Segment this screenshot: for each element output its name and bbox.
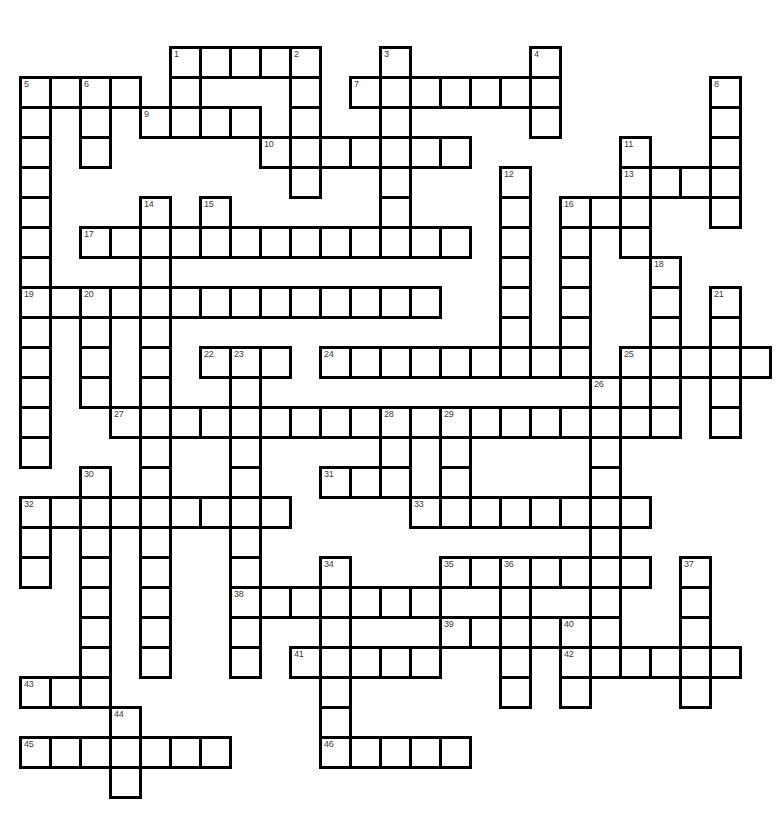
cell[interactable] bbox=[439, 736, 472, 769]
cell[interactable]: 10 bbox=[259, 136, 292, 169]
cell[interactable] bbox=[229, 466, 262, 499]
cell[interactable] bbox=[319, 226, 352, 259]
cell[interactable] bbox=[619, 556, 652, 589]
clue-number: 29 bbox=[444, 409, 454, 420]
cell[interactable] bbox=[379, 466, 412, 499]
cell[interactable] bbox=[589, 406, 622, 439]
cell[interactable]: 20 bbox=[79, 286, 112, 319]
cell[interactable]: 16 bbox=[559, 196, 592, 229]
cell[interactable] bbox=[709, 646, 742, 679]
cell[interactable] bbox=[649, 286, 682, 319]
cell[interactable] bbox=[529, 496, 562, 529]
cell[interactable] bbox=[439, 76, 472, 109]
cell[interactable] bbox=[139, 346, 172, 379]
cell[interactable] bbox=[619, 406, 652, 439]
cell[interactable]: 26 bbox=[589, 376, 622, 409]
cell[interactable] bbox=[409, 586, 442, 619]
crossword-grid: 1234567891011121314151617181920212223242… bbox=[0, 0, 784, 838]
cell[interactable] bbox=[499, 346, 532, 379]
cell[interactable] bbox=[649, 406, 682, 439]
cell[interactable] bbox=[49, 676, 82, 709]
cell[interactable] bbox=[469, 616, 502, 649]
cell[interactable] bbox=[649, 346, 682, 379]
cell[interactable] bbox=[679, 646, 712, 679]
cell[interactable] bbox=[79, 676, 112, 709]
cell[interactable] bbox=[469, 556, 502, 589]
cell[interactable] bbox=[229, 646, 262, 679]
clue-number: 32 bbox=[24, 499, 34, 510]
cell[interactable]: 35 bbox=[439, 556, 472, 589]
cell[interactable] bbox=[559, 256, 592, 289]
cell[interactable]: 2 bbox=[289, 46, 322, 79]
cell[interactable]: 7 bbox=[349, 76, 382, 109]
cell[interactable] bbox=[559, 556, 592, 589]
cell[interactable] bbox=[79, 376, 112, 409]
cell[interactable] bbox=[139, 496, 172, 529]
cell[interactable] bbox=[589, 526, 622, 559]
cell[interactable]: 33 bbox=[409, 496, 442, 529]
cell[interactable] bbox=[709, 406, 742, 439]
cell[interactable] bbox=[199, 496, 232, 529]
cell[interactable] bbox=[439, 466, 472, 499]
cell[interactable]: 30 bbox=[79, 466, 112, 499]
cell[interactable] bbox=[229, 526, 262, 559]
cell[interactable] bbox=[709, 136, 742, 169]
cell[interactable] bbox=[289, 166, 322, 199]
cell[interactable] bbox=[499, 586, 532, 619]
cell[interactable]: 39 bbox=[439, 616, 472, 649]
cell[interactable] bbox=[109, 226, 142, 259]
cell[interactable] bbox=[109, 76, 142, 109]
cell[interactable] bbox=[649, 376, 682, 409]
cell[interactable] bbox=[79, 646, 112, 679]
cell[interactable] bbox=[19, 436, 52, 469]
cell[interactable]: 41 bbox=[289, 646, 322, 679]
cell[interactable] bbox=[19, 106, 52, 139]
clue-number: 44 bbox=[114, 709, 124, 720]
cell[interactable] bbox=[319, 676, 352, 709]
cell[interactable] bbox=[709, 196, 742, 229]
cell[interactable] bbox=[589, 586, 622, 619]
cell[interactable] bbox=[469, 346, 502, 379]
cell[interactable] bbox=[349, 736, 382, 769]
cell[interactable] bbox=[229, 556, 262, 589]
cell[interactable]: 15 bbox=[199, 196, 232, 229]
cell[interactable] bbox=[139, 286, 172, 319]
clue-number: 46 bbox=[324, 739, 334, 750]
cell[interactable] bbox=[379, 646, 412, 679]
cell[interactable] bbox=[439, 346, 472, 379]
cell[interactable] bbox=[499, 76, 532, 109]
cell[interactable] bbox=[379, 586, 412, 619]
cell[interactable]: 25 bbox=[619, 346, 652, 379]
cell[interactable]: 8 bbox=[709, 76, 742, 109]
cell[interactable] bbox=[259, 406, 292, 439]
cell[interactable] bbox=[709, 346, 742, 379]
cell[interactable] bbox=[589, 616, 622, 649]
clue-number: 27 bbox=[114, 409, 124, 420]
cell[interactable] bbox=[139, 316, 172, 349]
cell[interactable] bbox=[349, 646, 382, 679]
cell[interactable] bbox=[259, 46, 292, 79]
cell[interactable] bbox=[739, 346, 772, 379]
cell[interactable] bbox=[439, 496, 472, 529]
clue-number: 15 bbox=[204, 199, 214, 210]
cell[interactable] bbox=[79, 526, 112, 559]
clue-number: 20 bbox=[84, 289, 94, 300]
cell[interactable] bbox=[469, 406, 502, 439]
cell[interactable] bbox=[499, 226, 532, 259]
cell[interactable] bbox=[259, 286, 292, 319]
cell[interactable]: 23 bbox=[229, 346, 262, 379]
cell[interactable] bbox=[139, 466, 172, 499]
cell[interactable] bbox=[499, 646, 532, 679]
cell[interactable] bbox=[679, 616, 712, 649]
cell[interactable] bbox=[229, 436, 262, 469]
cell[interactable] bbox=[169, 106, 202, 139]
clue-number: 7 bbox=[354, 79, 359, 90]
clue-number: 28 bbox=[384, 409, 394, 420]
cell[interactable] bbox=[229, 496, 262, 529]
cell[interactable] bbox=[109, 496, 142, 529]
cell[interactable] bbox=[19, 316, 52, 349]
cell[interactable] bbox=[139, 586, 172, 619]
cell[interactable] bbox=[289, 406, 322, 439]
cell[interactable] bbox=[379, 226, 412, 259]
cell[interactable] bbox=[709, 166, 742, 199]
cell[interactable]: 32 bbox=[19, 496, 52, 529]
cell[interactable] bbox=[199, 226, 232, 259]
cell[interactable] bbox=[559, 406, 592, 439]
cell[interactable] bbox=[169, 406, 202, 439]
clue-number: 8 bbox=[714, 79, 719, 90]
cell[interactable] bbox=[379, 76, 412, 109]
cell[interactable] bbox=[619, 196, 652, 229]
cell[interactable] bbox=[79, 316, 112, 349]
cell[interactable] bbox=[229, 106, 262, 139]
cell[interactable] bbox=[589, 466, 622, 499]
clue-number: 9 bbox=[144, 109, 149, 120]
cell[interactable]: 43 bbox=[19, 676, 52, 709]
cell[interactable] bbox=[259, 586, 292, 619]
cell[interactable]: 6 bbox=[79, 76, 112, 109]
cell[interactable] bbox=[229, 46, 262, 79]
cell[interactable] bbox=[589, 436, 622, 469]
cell[interactable] bbox=[79, 556, 112, 589]
cell[interactable] bbox=[199, 46, 232, 79]
cell[interactable] bbox=[19, 526, 52, 559]
cell[interactable]: 3 bbox=[379, 46, 412, 79]
cell[interactable] bbox=[139, 526, 172, 559]
cell[interactable] bbox=[19, 166, 52, 199]
clue-number: 4 bbox=[534, 49, 539, 60]
cell[interactable] bbox=[229, 376, 262, 409]
clue-number: 22 bbox=[204, 349, 214, 360]
clue-number: 6 bbox=[84, 79, 89, 90]
cell[interactable] bbox=[19, 556, 52, 589]
cell[interactable] bbox=[259, 346, 292, 379]
cell[interactable] bbox=[499, 496, 532, 529]
cell[interactable] bbox=[439, 136, 472, 169]
clue-number: 26 bbox=[594, 379, 604, 390]
cell[interactable] bbox=[319, 286, 352, 319]
cell[interactable] bbox=[379, 106, 412, 139]
cell[interactable] bbox=[289, 76, 322, 109]
cell[interactable] bbox=[319, 406, 352, 439]
cell[interactable] bbox=[709, 106, 742, 139]
cell[interactable]: 5 bbox=[19, 76, 52, 109]
clue-number: 24 bbox=[324, 349, 334, 360]
cell[interactable] bbox=[349, 136, 382, 169]
cell[interactable] bbox=[199, 736, 232, 769]
cell[interactable] bbox=[139, 406, 172, 439]
cell[interactable] bbox=[259, 226, 292, 259]
cell[interactable] bbox=[649, 316, 682, 349]
cell[interactable] bbox=[229, 616, 262, 649]
cell[interactable]: 40 bbox=[559, 616, 592, 649]
cell[interactable] bbox=[139, 376, 172, 409]
cell[interactable] bbox=[379, 436, 412, 469]
clue-number: 16 bbox=[564, 199, 574, 210]
cell[interactable] bbox=[589, 556, 622, 589]
cell[interactable] bbox=[349, 406, 382, 439]
cell[interactable]: 9 bbox=[139, 106, 172, 139]
cell[interactable]: 38 bbox=[229, 586, 262, 619]
cell[interactable] bbox=[529, 106, 562, 139]
cell[interactable] bbox=[19, 346, 52, 379]
cell[interactable]: 37 bbox=[679, 556, 712, 589]
cell[interactable] bbox=[19, 376, 52, 409]
cell[interactable] bbox=[379, 196, 412, 229]
cell[interactable] bbox=[379, 346, 412, 379]
cell[interactable] bbox=[109, 286, 142, 319]
cell[interactable]: 13 bbox=[619, 166, 652, 199]
cell[interactable] bbox=[19, 136, 52, 169]
cell[interactable]: 1 bbox=[169, 46, 202, 79]
cell[interactable] bbox=[49, 286, 82, 319]
clue-number: 17 bbox=[84, 229, 94, 240]
cell[interactable] bbox=[349, 346, 382, 379]
clue-number: 43 bbox=[24, 679, 34, 690]
clue-number: 42 bbox=[564, 649, 574, 660]
clue-number: 21 bbox=[714, 289, 724, 300]
cell[interactable] bbox=[679, 166, 712, 199]
cell[interactable] bbox=[259, 496, 292, 529]
cell[interactable] bbox=[79, 736, 112, 769]
cell[interactable] bbox=[529, 406, 562, 439]
cell[interactable] bbox=[649, 646, 682, 679]
cell[interactable] bbox=[19, 406, 52, 439]
cell[interactable] bbox=[289, 586, 322, 619]
cell[interactable] bbox=[379, 286, 412, 319]
cell[interactable] bbox=[619, 226, 652, 259]
cell[interactable] bbox=[229, 226, 262, 259]
cell[interactable] bbox=[19, 196, 52, 229]
cell[interactable] bbox=[79, 586, 112, 619]
cell[interactable] bbox=[289, 286, 322, 319]
cell[interactable] bbox=[409, 226, 442, 259]
cell[interactable] bbox=[319, 706, 352, 739]
cell[interactable] bbox=[349, 466, 382, 499]
cell[interactable] bbox=[409, 76, 442, 109]
clue-number: 14 bbox=[144, 199, 154, 210]
cell[interactable] bbox=[499, 286, 532, 319]
cell[interactable] bbox=[139, 646, 172, 679]
cell[interactable]: 44 bbox=[109, 706, 142, 739]
cell[interactable] bbox=[409, 346, 442, 379]
cell[interactable] bbox=[319, 646, 352, 679]
cell[interactable] bbox=[289, 136, 322, 169]
cell[interactable] bbox=[379, 736, 412, 769]
cell[interactable] bbox=[679, 346, 712, 379]
cell[interactable] bbox=[379, 136, 412, 169]
cell[interactable] bbox=[499, 676, 532, 709]
cell[interactable] bbox=[559, 346, 592, 379]
cell[interactable]: 21 bbox=[709, 286, 742, 319]
cell[interactable] bbox=[109, 736, 142, 769]
cell[interactable] bbox=[559, 226, 592, 259]
cell[interactable] bbox=[349, 586, 382, 619]
clue-number: 3 bbox=[384, 49, 389, 60]
cell[interactable]: 14 bbox=[139, 196, 172, 229]
cell[interactable]: 31 bbox=[319, 466, 352, 499]
cell[interactable] bbox=[169, 286, 202, 319]
cell[interactable]: 45 bbox=[19, 736, 52, 769]
cell[interactable] bbox=[409, 646, 442, 679]
cell[interactable]: 18 bbox=[649, 256, 682, 289]
cell[interactable] bbox=[529, 76, 562, 109]
cell[interactable] bbox=[499, 406, 532, 439]
clue-number: 13 bbox=[624, 169, 634, 180]
cell[interactable] bbox=[439, 226, 472, 259]
cell[interactable]: 28 bbox=[379, 406, 412, 439]
cell[interactable] bbox=[679, 586, 712, 619]
cell[interactable] bbox=[169, 76, 202, 109]
cell[interactable] bbox=[589, 196, 622, 229]
clue-number: 25 bbox=[624, 349, 634, 360]
clue-number: 2 bbox=[294, 49, 299, 60]
cell[interactable] bbox=[469, 496, 502, 529]
cell[interactable]: 19 bbox=[19, 286, 52, 319]
cell[interactable]: 29 bbox=[439, 406, 472, 439]
cell[interactable] bbox=[589, 496, 622, 529]
clue-number: 36 bbox=[504, 559, 514, 570]
cell[interactable] bbox=[199, 286, 232, 319]
cell[interactable] bbox=[229, 406, 262, 439]
cell[interactable]: 12 bbox=[499, 166, 532, 199]
cell[interactable] bbox=[439, 436, 472, 469]
cell[interactable] bbox=[619, 496, 652, 529]
cell[interactable] bbox=[79, 346, 112, 379]
cell[interactable] bbox=[49, 496, 82, 529]
cell[interactable] bbox=[139, 436, 172, 469]
cell[interactable] bbox=[169, 226, 202, 259]
cell[interactable] bbox=[349, 226, 382, 259]
cell[interactable] bbox=[619, 646, 652, 679]
cell[interactable] bbox=[409, 136, 442, 169]
cell[interactable]: 17 bbox=[79, 226, 112, 259]
cell[interactable] bbox=[229, 286, 262, 319]
clue-number: 19 bbox=[24, 289, 34, 300]
cell[interactable] bbox=[289, 106, 322, 139]
cell[interactable] bbox=[529, 556, 562, 589]
cell[interactable]: 11 bbox=[619, 136, 652, 169]
cell[interactable] bbox=[169, 496, 202, 529]
cell[interactable] bbox=[349, 286, 382, 319]
cell[interactable] bbox=[139, 556, 172, 589]
cell[interactable] bbox=[139, 736, 172, 769]
cell[interactable] bbox=[499, 256, 532, 289]
cell[interactable]: 27 bbox=[109, 406, 142, 439]
clue-number: 23 bbox=[234, 349, 244, 360]
cell[interactable] bbox=[109, 766, 142, 799]
clue-number: 34 bbox=[324, 559, 334, 570]
cell[interactable] bbox=[79, 616, 112, 649]
cell[interactable] bbox=[709, 376, 742, 409]
cell[interactable] bbox=[319, 616, 352, 649]
cell[interactable] bbox=[169, 736, 202, 769]
cell[interactable]: 46 bbox=[319, 736, 352, 769]
cell[interactable] bbox=[559, 676, 592, 709]
cell[interactable] bbox=[409, 406, 442, 439]
cell[interactable]: 22 bbox=[199, 346, 232, 379]
cell[interactable] bbox=[409, 286, 442, 319]
cell[interactable] bbox=[19, 256, 52, 289]
clue-number: 40 bbox=[564, 619, 574, 630]
cell[interactable] bbox=[79, 496, 112, 529]
cell[interactable] bbox=[499, 616, 532, 649]
cell[interactable] bbox=[619, 376, 652, 409]
cell[interactable] bbox=[379, 166, 412, 199]
cell[interactable] bbox=[559, 286, 592, 319]
clue-number: 31 bbox=[324, 469, 334, 480]
cell[interactable]: 42 bbox=[559, 646, 592, 679]
cell[interactable] bbox=[529, 346, 562, 379]
cell[interactable] bbox=[499, 196, 532, 229]
cell[interactable] bbox=[49, 736, 82, 769]
clue-number: 38 bbox=[234, 589, 244, 600]
cell[interactable]: 36 bbox=[499, 556, 532, 589]
cell[interactable]: 24 bbox=[319, 346, 352, 379]
cell[interactable] bbox=[679, 676, 712, 709]
cell[interactable] bbox=[559, 496, 592, 529]
cell[interactable] bbox=[319, 586, 352, 619]
cell[interactable] bbox=[199, 106, 232, 139]
cell[interactable] bbox=[709, 316, 742, 349]
cell[interactable] bbox=[289, 226, 322, 259]
cell[interactable] bbox=[499, 316, 532, 349]
cell[interactable] bbox=[79, 136, 112, 169]
cell[interactable] bbox=[469, 76, 502, 109]
clue-number: 10 bbox=[264, 139, 274, 150]
cell[interactable] bbox=[559, 316, 592, 349]
cell[interactable] bbox=[319, 136, 352, 169]
cell[interactable] bbox=[529, 616, 562, 649]
cell[interactable]: 4 bbox=[529, 46, 562, 79]
cell[interactable] bbox=[19, 226, 52, 259]
cell[interactable] bbox=[139, 616, 172, 649]
cell[interactable] bbox=[199, 406, 232, 439]
cell[interactable] bbox=[139, 256, 172, 289]
cell[interactable] bbox=[49, 76, 82, 109]
cell[interactable] bbox=[139, 226, 172, 259]
cell[interactable] bbox=[79, 106, 112, 139]
cell[interactable] bbox=[589, 646, 622, 679]
cell[interactable]: 34 bbox=[319, 556, 352, 589]
cell[interactable] bbox=[649, 166, 682, 199]
clue-number: 12 bbox=[504, 169, 514, 180]
cell[interactable] bbox=[409, 736, 442, 769]
